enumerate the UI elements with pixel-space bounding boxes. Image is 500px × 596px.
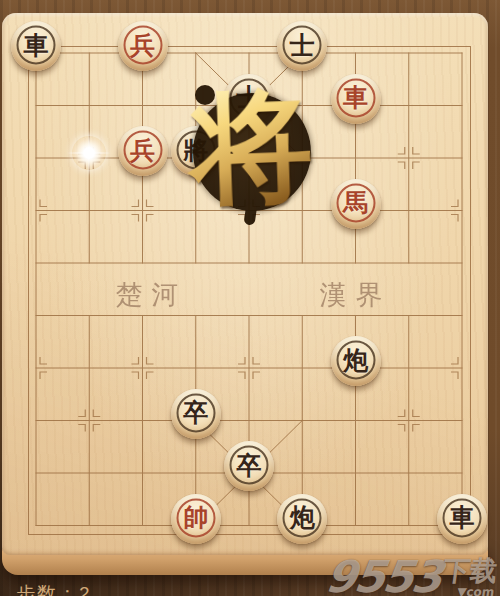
xiangqi-board[interactable]: 楚河 漢界 車兵士士車兵將馬炮卒卒帥炮車 将 bbox=[2, 13, 488, 555]
piece-black-general[interactable]: 將 bbox=[171, 126, 221, 176]
piece-character: 士 bbox=[224, 74, 274, 124]
piece-black-advisor[interactable]: 士 bbox=[277, 21, 327, 71]
piece-character: 車 bbox=[331, 74, 381, 124]
piece-character: 炮 bbox=[277, 494, 327, 544]
watermark-suffix: ▼com bbox=[456, 586, 495, 596]
piece-character: 帥 bbox=[171, 494, 221, 544]
piece-character: 卒 bbox=[171, 389, 221, 439]
piece-character: 將 bbox=[171, 126, 221, 176]
game-screen: 楚河 漢界 車兵士士車兵將馬炮卒卒帥炮車 将 步数：2 9553 下载 ▼com bbox=[0, 0, 500, 596]
piece-red-horse[interactable]: 馬 bbox=[331, 179, 381, 229]
piece-black-cannon[interactable]: 炮 bbox=[331, 336, 381, 386]
piece-character: 炮 bbox=[331, 336, 381, 386]
piece-character: 卒 bbox=[224, 441, 274, 491]
piece-character: 車 bbox=[437, 494, 487, 544]
piece-black-cannon[interactable]: 炮 bbox=[277, 494, 327, 544]
piece-character: 兵 bbox=[118, 126, 168, 176]
piece-character: 馬 bbox=[331, 179, 381, 229]
step-counter: 步数：2 bbox=[16, 581, 92, 596]
piece-black-advisor[interactable]: 士 bbox=[224, 74, 274, 124]
piece-red-soldier[interactable]: 兵 bbox=[118, 126, 168, 176]
piece-black-soldier[interactable]: 卒 bbox=[171, 389, 221, 439]
piece-character: 車 bbox=[11, 21, 61, 71]
piece-black-chariot[interactable]: 車 bbox=[11, 21, 61, 71]
piece-black-soldier[interactable]: 卒 bbox=[224, 441, 274, 491]
piece-red-chariot[interactable]: 車 bbox=[331, 74, 381, 124]
piece-character: 士 bbox=[277, 21, 327, 71]
piece-black-chariot[interactable]: 車 bbox=[437, 494, 487, 544]
piece-red-general[interactable]: 帥 bbox=[171, 494, 221, 544]
piece-red-soldier[interactable]: 兵 bbox=[118, 21, 168, 71]
piece-character: 兵 bbox=[118, 21, 168, 71]
